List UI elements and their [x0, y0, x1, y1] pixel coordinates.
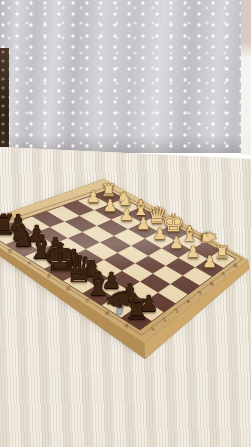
window-frame-strip [241, 0, 251, 155]
dark-curtain-edge [0, 48, 9, 155]
curtain-background [0, 0, 251, 153]
photo-scene: ABCDEFGH12345678 ♜♟♞♟♝♟♛♟♟♚♜♟♝♟♞♟♞♟♟♜♝♟♟… [0, 0, 251, 447]
